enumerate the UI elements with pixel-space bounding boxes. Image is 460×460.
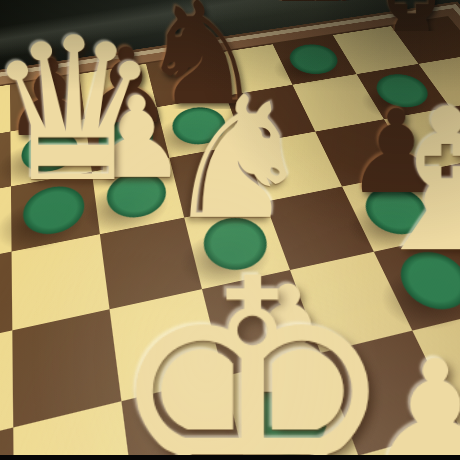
king-glyph: ♚ xyxy=(103,236,401,460)
perspective-wrapper: ♞♝♞♟♟♟♛♟♞♝♟♟♚ xyxy=(0,0,460,460)
table-background: ♞♝♞♟♟♟♛♟♞♝♟♟♚ xyxy=(0,0,460,460)
board-plane: ♞♝♞♟♟♟♛♟♞♝♟♟♚ xyxy=(0,8,460,460)
white-queen-b6: ♛ xyxy=(0,11,123,209)
photo-chess-scene: ♞♝♞♟♟♟♛♟♞♝♟♟♚ xyxy=(0,0,460,460)
photo-bottom-edge xyxy=(0,455,460,460)
queen-glyph: ♛ xyxy=(0,11,162,209)
white-king-c2: ♚ xyxy=(103,236,311,460)
